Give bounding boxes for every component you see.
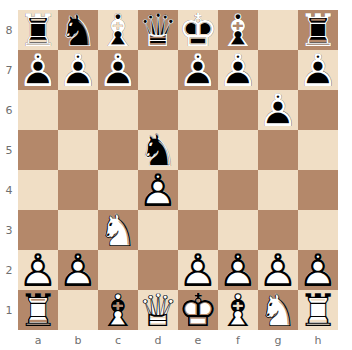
- rank-label-8: 8: [0, 10, 18, 50]
- square-g1[interactable]: ♞︎♘︎: [258, 290, 298, 330]
- piece-white-pawn[interactable]: ♟︎♙︎: [138, 170, 178, 210]
- square-a4[interactable]: [18, 170, 58, 210]
- square-b1[interactable]: [58, 290, 98, 330]
- piece-white-pawn[interactable]: ♟︎♙︎: [178, 250, 218, 290]
- file-label-e: e: [178, 330, 218, 350]
- square-f1[interactable]: ♝︎♗︎: [218, 290, 258, 330]
- file-label-f: f: [218, 330, 258, 350]
- file-label-g: g: [258, 330, 298, 350]
- piece-white-rook[interactable]: ♜︎♖︎: [298, 290, 338, 330]
- square-c6[interactable]: [98, 90, 138, 130]
- square-d1[interactable]: ♛︎♕︎: [138, 290, 178, 330]
- square-c7[interactable]: ♟︎♙︎: [98, 50, 138, 90]
- piece-black-rook[interactable]: ♜︎♖︎: [18, 10, 58, 50]
- square-h4[interactable]: [298, 170, 338, 210]
- piece-white-knight[interactable]: ♞︎♘︎: [98, 210, 138, 250]
- square-a2[interactable]: ♟︎♙︎: [18, 250, 58, 290]
- square-h2[interactable]: ♟︎♙︎: [298, 250, 338, 290]
- square-b2[interactable]: ♟︎♙︎: [58, 250, 98, 290]
- square-g3[interactable]: [258, 210, 298, 250]
- chess-board-widget: 87654321 ♜︎♖︎♞︎♘︎♝︎♗︎♛︎♕︎♚︎♔︎♝︎♗︎♜︎♖︎♟︎♙…: [0, 0, 352, 350]
- piece-white-knight[interactable]: ♞︎♘︎: [258, 290, 298, 330]
- square-c3[interactable]: ♞︎♘︎: [98, 210, 138, 250]
- square-f7[interactable]: ♟︎♙︎: [218, 50, 258, 90]
- square-a6[interactable]: [18, 90, 58, 130]
- square-a5[interactable]: [18, 130, 58, 170]
- piece-white-pawn[interactable]: ♟︎♙︎: [58, 250, 98, 290]
- piece-black-king[interactable]: ♚︎♔︎: [178, 10, 218, 50]
- piece-white-rook[interactable]: ♜︎♖︎: [18, 290, 58, 330]
- square-c1[interactable]: ♝︎♗︎: [98, 290, 138, 330]
- piece-black-queen[interactable]: ♛︎♕︎: [138, 10, 178, 50]
- rank-label-5: 5: [0, 130, 18, 170]
- piece-black-bishop[interactable]: ♝︎♗︎: [218, 10, 258, 50]
- rank-label-4: 4: [0, 170, 18, 210]
- file-labels: abcdefgh: [18, 330, 338, 350]
- rank-label-2: 2: [0, 250, 18, 290]
- square-d8[interactable]: ♛︎♕︎: [138, 10, 178, 50]
- square-h7[interactable]: ♟︎♙︎: [298, 50, 338, 90]
- piece-white-pawn[interactable]: ♟︎♙︎: [298, 250, 338, 290]
- rank-label-7: 7: [0, 50, 18, 90]
- square-d7[interactable]: [138, 50, 178, 90]
- piece-white-bishop[interactable]: ♝︎♗︎: [98, 290, 138, 330]
- piece-black-pawn[interactable]: ♟︎♙︎: [178, 50, 218, 90]
- square-e8[interactable]: ♚︎♔︎: [178, 10, 218, 50]
- square-h3[interactable]: [298, 210, 338, 250]
- square-h5[interactable]: [298, 130, 338, 170]
- square-e2[interactable]: ♟︎♙︎: [178, 250, 218, 290]
- rank-labels: 87654321: [0, 10, 18, 330]
- square-g2[interactable]: ♟︎♙︎: [258, 250, 298, 290]
- square-f2[interactable]: ♟︎♙︎: [218, 250, 258, 290]
- square-e5[interactable]: [178, 130, 218, 170]
- square-e3[interactable]: [178, 210, 218, 250]
- file-label-d: d: [138, 330, 178, 350]
- square-c5[interactable]: [98, 130, 138, 170]
- square-g7[interactable]: [258, 50, 298, 90]
- square-b4[interactable]: [58, 170, 98, 210]
- square-b7[interactable]: ♟︎♙︎: [58, 50, 98, 90]
- square-a8[interactable]: ♜︎♖︎: [18, 10, 58, 50]
- piece-black-pawn[interactable]: ♟︎♙︎: [218, 50, 258, 90]
- square-g8[interactable]: [258, 10, 298, 50]
- square-d2[interactable]: [138, 250, 178, 290]
- piece-white-king[interactable]: ♚︎♔︎: [178, 290, 218, 330]
- square-a7[interactable]: ♟︎♙︎: [18, 50, 58, 90]
- square-g6[interactable]: ♟︎♙︎: [258, 90, 298, 130]
- square-d6[interactable]: [138, 90, 178, 130]
- square-b8[interactable]: ♞︎♘︎: [58, 10, 98, 50]
- square-f6[interactable]: [218, 90, 258, 130]
- square-c2[interactable]: [98, 250, 138, 290]
- piece-black-pawn[interactable]: ♟︎♙︎: [258, 90, 298, 130]
- square-a3[interactable]: [18, 210, 58, 250]
- square-a1[interactable]: ♜︎♖︎: [18, 290, 58, 330]
- piece-white-bishop[interactable]: ♝︎♗︎: [218, 290, 258, 330]
- square-f8[interactable]: ♝︎♗︎: [218, 10, 258, 50]
- square-d3[interactable]: [138, 210, 178, 250]
- square-f3[interactable]: [218, 210, 258, 250]
- piece-black-knight[interactable]: ♞︎♘︎: [138, 130, 178, 170]
- square-d5[interactable]: ♞︎♘︎: [138, 130, 178, 170]
- rank-label-6: 6: [0, 90, 18, 130]
- file-label-h: h: [298, 330, 338, 350]
- square-b3[interactable]: [58, 210, 98, 250]
- file-label-c: c: [98, 330, 138, 350]
- file-label-b: b: [58, 330, 98, 350]
- square-c8[interactable]: ♝︎♗︎: [98, 10, 138, 50]
- piece-black-pawn[interactable]: ♟︎♙︎: [98, 50, 138, 90]
- piece-black-pawn[interactable]: ♟︎♙︎: [18, 50, 58, 90]
- file-label-a: a: [18, 330, 58, 350]
- rank-label-3: 3: [0, 210, 18, 250]
- square-d4[interactable]: ♟︎♙︎: [138, 170, 178, 210]
- square-e6[interactable]: [178, 90, 218, 130]
- piece-black-bishop[interactable]: ♝︎♗︎: [98, 10, 138, 50]
- square-g4[interactable]: [258, 170, 298, 210]
- square-h6[interactable]: [298, 90, 338, 130]
- square-h1[interactable]: ♜︎♖︎: [298, 290, 338, 330]
- square-f5[interactable]: [218, 130, 258, 170]
- piece-white-pawn[interactable]: ♟︎♙︎: [18, 250, 58, 290]
- square-e4[interactable]: [178, 170, 218, 210]
- piece-black-pawn[interactable]: ♟︎♙︎: [58, 50, 98, 90]
- square-c4[interactable]: [98, 170, 138, 210]
- square-b5[interactable]: [58, 130, 98, 170]
- square-e7[interactable]: ♟︎♙︎: [178, 50, 218, 90]
- square-f4[interactable]: [218, 170, 258, 210]
- piece-black-knight[interactable]: ♞︎♘︎: [58, 10, 98, 50]
- square-b6[interactable]: [58, 90, 98, 130]
- square-e1[interactable]: ♚︎♔︎: [178, 290, 218, 330]
- piece-white-queen[interactable]: ♛︎♕︎: [138, 290, 178, 330]
- chess-board: ♜︎♖︎♞︎♘︎♝︎♗︎♛︎♕︎♚︎♔︎♝︎♗︎♜︎♖︎♟︎♙︎♟︎♙︎♟︎♙︎…: [18, 10, 338, 330]
- rank-label-1: 1: [0, 290, 18, 330]
- piece-black-rook[interactable]: ♜︎♖︎: [298, 10, 338, 50]
- square-h8[interactable]: ♜︎♖︎: [298, 10, 338, 50]
- square-g5[interactable]: [258, 130, 298, 170]
- piece-white-pawn[interactable]: ♟︎♙︎: [258, 250, 298, 290]
- piece-white-pawn[interactable]: ♟︎♙︎: [218, 250, 258, 290]
- piece-black-pawn[interactable]: ♟︎♙︎: [298, 50, 338, 90]
